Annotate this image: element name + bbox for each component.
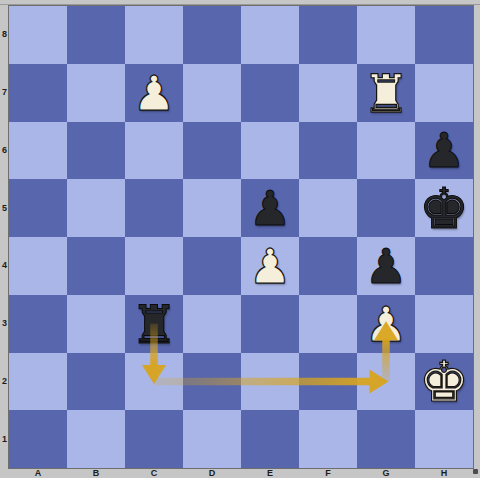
square-e1[interactable] [241, 410, 299, 468]
rank-label-6: 6 [0, 146, 9, 155]
square-g6[interactable] [357, 122, 415, 180]
square-a8[interactable] [9, 6, 67, 64]
square-b4[interactable] [67, 237, 125, 295]
square-b7[interactable] [67, 64, 125, 122]
square-b6[interactable] [67, 122, 125, 180]
square-e7[interactable] [241, 64, 299, 122]
rank-label-2: 2 [0, 377, 9, 386]
square-d3[interactable] [183, 295, 241, 353]
square-a5[interactable] [9, 179, 67, 237]
square-f3[interactable] [299, 295, 357, 353]
square-e5[interactable]: ♟ [241, 179, 299, 237]
square-a1[interactable] [9, 410, 67, 468]
file-label-f: F [299, 469, 357, 478]
square-d4[interactable] [183, 237, 241, 295]
white-pawn-e4[interactable]: ♟ [248, 243, 291, 291]
square-f1[interactable] [299, 410, 357, 468]
chess-board: ♟♜♟♟♚♟♟♜♟♚ [9, 6, 473, 468]
square-h8[interactable] [415, 6, 473, 64]
rank-label-7: 7 [0, 88, 9, 97]
square-h7[interactable] [415, 64, 473, 122]
square-e6[interactable] [241, 122, 299, 180]
square-a7[interactable] [9, 64, 67, 122]
square-g4[interactable]: ♟ [357, 237, 415, 295]
square-c8[interactable] [125, 6, 183, 64]
resize-grip-dot [473, 469, 478, 474]
rank-label-8: 8 [0, 30, 9, 39]
white-pawn-g3[interactable]: ♟ [364, 301, 407, 349]
square-d6[interactable] [183, 122, 241, 180]
square-a4[interactable] [9, 237, 67, 295]
chess-app-window: ♟♜♟♟♚♟♟♜♟♚ 87654321ABCDEFGH [0, 0, 480, 478]
rank-label-5: 5 [0, 204, 9, 213]
black-pawn-e5[interactable]: ♟ [248, 185, 291, 233]
square-c4[interactable] [125, 237, 183, 295]
square-a3[interactable] [9, 295, 67, 353]
square-a2[interactable] [9, 353, 67, 411]
square-c6[interactable] [125, 122, 183, 180]
square-d1[interactable] [183, 410, 241, 468]
square-b5[interactable] [67, 179, 125, 237]
white-king-h2[interactable]: ♚ [419, 354, 469, 410]
file-label-g: G [357, 469, 415, 478]
square-d8[interactable] [183, 6, 241, 64]
square-g3[interactable]: ♟ [357, 295, 415, 353]
file-label-b: B [67, 469, 125, 478]
square-c7[interactable]: ♟ [125, 64, 183, 122]
square-f5[interactable] [299, 179, 357, 237]
square-c3[interactable]: ♜ [125, 295, 183, 353]
square-b3[interactable] [67, 295, 125, 353]
square-c2[interactable] [125, 353, 183, 411]
black-king-h5[interactable]: ♚ [419, 181, 469, 237]
square-e4[interactable]: ♟ [241, 237, 299, 295]
file-label-h: H [415, 469, 473, 478]
square-e8[interactable] [241, 6, 299, 64]
file-label-e: E [241, 469, 299, 478]
square-e3[interactable] [241, 295, 299, 353]
rank-label-1: 1 [0, 435, 9, 444]
square-a6[interactable] [9, 122, 67, 180]
file-label-c: C [125, 469, 183, 478]
square-e2[interactable] [241, 353, 299, 411]
black-rook-c3[interactable]: ♜ [130, 298, 178, 351]
white-pawn-c7[interactable]: ♟ [132, 70, 175, 118]
square-g8[interactable] [357, 6, 415, 64]
file-label-d: D [183, 469, 241, 478]
square-h4[interactable] [415, 237, 473, 295]
square-g1[interactable] [357, 410, 415, 468]
square-d2[interactable] [183, 353, 241, 411]
square-b2[interactable] [67, 353, 125, 411]
square-h2[interactable]: ♚ [415, 353, 473, 411]
square-h3[interactable] [415, 295, 473, 353]
white-rook-g7[interactable]: ♜ [362, 67, 410, 120]
square-d5[interactable] [183, 179, 241, 237]
square-g5[interactable] [357, 179, 415, 237]
rank-label-4: 4 [0, 261, 9, 270]
square-b1[interactable] [67, 410, 125, 468]
square-g2[interactable] [357, 353, 415, 411]
square-g7[interactable]: ♜ [357, 64, 415, 122]
square-h5[interactable]: ♚ [415, 179, 473, 237]
square-b8[interactable] [67, 6, 125, 64]
black-pawn-g4[interactable]: ♟ [364, 243, 407, 291]
black-pawn-h6[interactable]: ♟ [422, 127, 465, 175]
square-f4[interactable] [299, 237, 357, 295]
square-c5[interactable] [125, 179, 183, 237]
square-h1[interactable] [415, 410, 473, 468]
file-label-a: A [9, 469, 67, 478]
square-d7[interactable] [183, 64, 241, 122]
square-f7[interactable] [299, 64, 357, 122]
square-f2[interactable] [299, 353, 357, 411]
square-c1[interactable] [125, 410, 183, 468]
square-f8[interactable] [299, 6, 357, 64]
square-h6[interactable]: ♟ [415, 122, 473, 180]
rank-label-3: 3 [0, 319, 9, 328]
square-f6[interactable] [299, 122, 357, 180]
